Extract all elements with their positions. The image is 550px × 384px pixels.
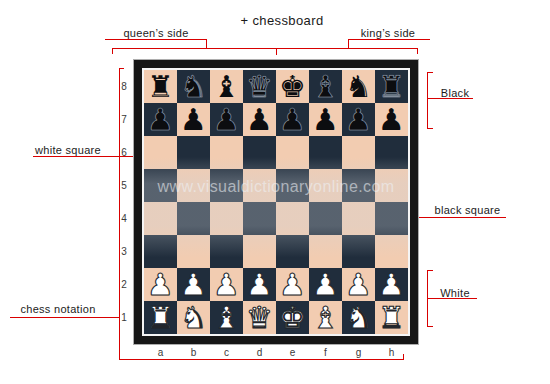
square-a7: ♟ — [144, 103, 177, 136]
notation-bracket-top-tick — [119, 68, 124, 69]
square-a1: ♜ — [144, 301, 177, 334]
square-e1: ♚ — [276, 301, 309, 334]
square-e6 — [276, 136, 309, 169]
notation-bracket-bottom-line — [119, 359, 404, 360]
black-knight-piece: ♞ — [180, 72, 207, 102]
square-c1: ♝ — [210, 301, 243, 334]
black-pawn-piece: ♟ — [345, 105, 372, 135]
square-b3 — [177, 235, 210, 268]
square-a4 — [144, 202, 177, 235]
white-rook-piece: ♜ — [378, 303, 405, 333]
black-bishop-piece: ♝ — [312, 72, 339, 102]
square-f2: ♟ — [309, 268, 342, 301]
square-d3 — [243, 235, 276, 268]
white-pawn-piece: ♟ — [246, 270, 273, 300]
square-h7: ♟ — [375, 103, 408, 136]
file-label-a: a — [144, 347, 177, 359]
black-square-label: black square — [429, 204, 506, 216]
square-b2: ♟ — [177, 268, 210, 301]
file-label-c: c — [210, 347, 243, 359]
white-square-label: white square — [28, 144, 108, 156]
white-pawn-piece: ♟ — [345, 270, 372, 300]
square-a8: ♜ — [144, 70, 177, 103]
kings-side-underline — [348, 39, 430, 40]
square-f7: ♟ — [309, 103, 342, 136]
square-c3 — [210, 235, 243, 268]
square-f8: ♝ — [309, 70, 342, 103]
black-label-underline — [427, 98, 473, 99]
square-c4 — [210, 202, 243, 235]
chessboard-diagram: + chessboard queen’s side king’s side wh… — [0, 0, 550, 384]
black-bracket-vertical — [427, 72, 428, 129]
square-d5 — [243, 169, 276, 202]
square-d8: ♛ — [243, 70, 276, 103]
black-bracket-top-tick — [427, 72, 433, 73]
white-bracket-bottom-tick — [427, 326, 433, 327]
black-king-piece: ♚ — [279, 72, 306, 102]
black-pawn-piece: ♟ — [180, 105, 207, 135]
rank-label-7: 7 — [117, 103, 131, 136]
square-a3 — [144, 235, 177, 268]
square-e2: ♟ — [276, 268, 309, 301]
square-c8: ♝ — [210, 70, 243, 103]
white-pawn-piece: ♟ — [147, 270, 174, 300]
top-bracket-center-tick — [276, 48, 277, 55]
chess-notation-label: chess notation — [8, 303, 108, 315]
black-knight-piece: ♞ — [345, 72, 372, 102]
square-d6 — [243, 136, 276, 169]
top-bracket-left-tick — [112, 48, 113, 54]
rank-label-4: 4 — [117, 202, 131, 235]
white-label-underline — [427, 298, 477, 299]
file-label-h: h — [375, 347, 408, 359]
square-h2: ♟ — [375, 268, 408, 301]
white-pawn-piece: ♟ — [180, 270, 207, 300]
square-c7: ♟ — [210, 103, 243, 136]
rank-label-3: 3 — [117, 235, 131, 268]
square-f4 — [309, 202, 342, 235]
square-g2: ♟ — [342, 268, 375, 301]
file-label-e: e — [276, 347, 309, 359]
white-knight-piece: ♞ — [180, 303, 207, 333]
white-pawn-piece: ♟ — [213, 270, 240, 300]
black-rook-piece: ♜ — [147, 72, 174, 102]
square-c5 — [210, 169, 243, 202]
chess-board-frame: ♜♞♝♛♚♝♞♜♟♟♟♟♟♟♟♟♟♟♟♟♟♟♟♟♜♞♝♛♚♝♞♜ — [133, 59, 419, 345]
board-grid: ♜♞♝♛♚♝♞♜♟♟♟♟♟♟♟♟♟♟♟♟♟♟♟♟♜♞♝♛♚♝♞♜ — [144, 70, 408, 334]
top-bracket-right-tick — [417, 48, 418, 54]
square-c2: ♟ — [210, 268, 243, 301]
square-a2: ♟ — [144, 268, 177, 301]
square-h4 — [375, 202, 408, 235]
queens-side-underline — [105, 39, 207, 40]
black-bishop-piece: ♝ — [213, 72, 240, 102]
queens-side-label: queen’s side — [105, 27, 207, 39]
square-d4 — [243, 202, 276, 235]
white-pawn-piece: ♟ — [378, 270, 405, 300]
square-d1: ♛ — [243, 301, 276, 334]
board-inner-border: ♜♞♝♛♚♝♞♜♟♟♟♟♟♟♟♟♟♟♟♟♟♟♟♟♜♞♝♛♚♝♞♜ — [142, 68, 410, 336]
square-a5 — [144, 169, 177, 202]
white-bishop-piece: ♝ — [213, 303, 240, 333]
square-h1: ♜ — [375, 301, 408, 334]
file-label-g: g — [342, 347, 375, 359]
white-king-piece: ♚ — [279, 303, 306, 333]
square-g3 — [342, 235, 375, 268]
square-g1: ♞ — [342, 301, 375, 334]
black-pawn-piece: ♟ — [147, 105, 174, 135]
square-h5 — [375, 169, 408, 202]
page-title: + chessboard — [222, 13, 342, 28]
black-rook-piece: ♜ — [378, 72, 405, 102]
rank-label-5: 5 — [117, 169, 131, 202]
white-bracket-top-tick — [427, 270, 433, 271]
square-g8: ♞ — [342, 70, 375, 103]
square-e7: ♟ — [276, 103, 309, 136]
file-label-d: d — [243, 347, 276, 359]
square-g7: ♟ — [342, 103, 375, 136]
rank-label-6: 6 — [117, 136, 131, 169]
rank-label-8: 8 — [117, 70, 131, 103]
file-label-f: f — [309, 347, 342, 359]
white-pawn-piece: ♟ — [312, 270, 339, 300]
white-knight-piece: ♞ — [345, 303, 372, 333]
square-b4 — [177, 202, 210, 235]
rank-label-1: 1 — [117, 301, 131, 334]
rank-labels: 87654321 — [117, 70, 131, 334]
square-e4 — [276, 202, 309, 235]
file-label-b: b — [177, 347, 210, 359]
black-pawn-piece: ♟ — [312, 105, 339, 135]
white-pawn-piece: ♟ — [279, 270, 306, 300]
square-h3 — [375, 235, 408, 268]
square-b7: ♟ — [177, 103, 210, 136]
black-bracket-bottom-tick — [427, 128, 433, 129]
white-bishop-piece: ♝ — [312, 303, 339, 333]
square-b8: ♞ — [177, 70, 210, 103]
white-queen-piece: ♛ — [246, 303, 273, 333]
black-pawn-piece: ♟ — [378, 105, 405, 135]
square-g5 — [342, 169, 375, 202]
square-f5 — [309, 169, 342, 202]
rank-label-2: 2 — [117, 268, 131, 301]
top-bracket-line — [112, 48, 418, 49]
white-rook-piece: ♜ — [147, 303, 174, 333]
square-g6 — [342, 136, 375, 169]
black-pawn-piece: ♟ — [279, 105, 306, 135]
square-g4 — [342, 202, 375, 235]
square-f1: ♝ — [309, 301, 342, 334]
file-labels: abcdefgh — [144, 347, 408, 359]
square-e8: ♚ — [276, 70, 309, 103]
square-h6 — [375, 136, 408, 169]
black-queen-piece: ♛ — [246, 72, 273, 102]
square-b5 — [177, 169, 210, 202]
square-d7: ♟ — [243, 103, 276, 136]
square-b1: ♞ — [177, 301, 210, 334]
square-f6 — [309, 136, 342, 169]
square-c6 — [210, 136, 243, 169]
square-a6 — [144, 136, 177, 169]
square-d2: ♟ — [243, 268, 276, 301]
square-h8: ♜ — [375, 70, 408, 103]
square-b6 — [177, 136, 210, 169]
chess-notation-underline — [10, 317, 120, 318]
square-e5 — [276, 169, 309, 202]
kings-side-label: king’s side — [346, 27, 430, 39]
black-pawn-piece: ♟ — [213, 105, 240, 135]
black-pawn-piece: ♟ — [246, 105, 273, 135]
square-f3 — [309, 235, 342, 268]
square-e3 — [276, 235, 309, 268]
